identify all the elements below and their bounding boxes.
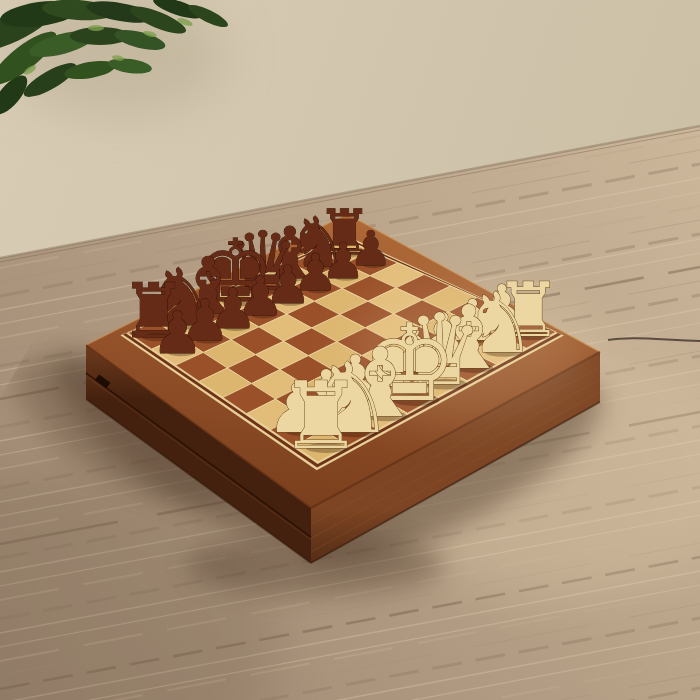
photo-scene: ♜♟♞♝♟♛♟♚♟♝♟♟♞♟♜♜♟♟♞♟♟♝♟♛♟♚♟♝♟♞♟♜	[0, 0, 700, 700]
black-pawn-h7[interactable]: ♟	[151, 299, 203, 367]
plant-leaf-highlight	[88, 25, 104, 31]
chess-photo-canvas: ♜♟♞♝♟♛♟♚♟♝♟♟♞♟♜♜♟♟♞♟♟♝♟♛♟♚♟♝♟♞♟♜	[0, 0, 700, 700]
white-rook-h1[interactable]: ♜	[279, 362, 362, 470]
